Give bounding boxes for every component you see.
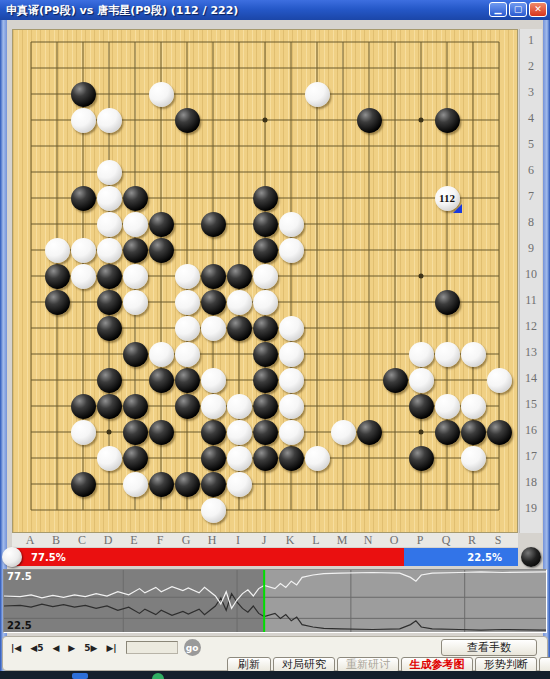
window-buttons: ▁ ▢ ✕ <box>489 2 547 17</box>
row-label-10: 10 <box>520 267 542 282</box>
column-label-D: D <box>98 533 118 548</box>
stone-white-K12[interactable] <box>279 316 304 341</box>
stone-white-D17[interactable] <box>97 446 122 471</box>
stone-black-Q4[interactable] <box>435 108 460 133</box>
column-label-K: K <box>280 533 300 548</box>
stone-black-H17[interactable] <box>201 446 226 471</box>
stone-black-F9[interactable] <box>149 238 174 263</box>
stone-black-E16[interactable] <box>123 420 148 445</box>
stone-white-H12[interactable] <box>201 316 226 341</box>
stone-black-J13[interactable] <box>253 342 278 367</box>
nav-button-0[interactable]: |◀ <box>11 643 21 653</box>
stone-white-K8[interactable] <box>279 212 304 237</box>
column-coordinates: ABCDEFGHIJKLMNOPQRS <box>12 533 518 547</box>
row-label-13: 13 <box>520 345 542 360</box>
row-label-1: 1 <box>520 33 542 48</box>
column-label-C: C <box>72 533 92 548</box>
stone-white-D7[interactable] <box>97 186 122 211</box>
stone-black-G18[interactable] <box>175 472 200 497</box>
column-label-J: J <box>254 533 274 548</box>
stone-white-L3[interactable] <box>305 82 330 107</box>
stone-black-J14[interactable] <box>253 368 278 393</box>
stone-white-H19[interactable] <box>201 498 226 523</box>
stone-black-N4[interactable] <box>357 108 382 133</box>
stone-white-G10[interactable] <box>175 264 200 289</box>
stone-black-E17[interactable] <box>123 446 148 471</box>
stone-white-Q7[interactable]: 112 <box>435 186 460 211</box>
row-label-11: 11 <box>520 293 542 308</box>
stone-white-C4[interactable] <box>71 108 96 133</box>
winrate-right-value: 22.5% <box>467 552 502 563</box>
stone-white-F3[interactable] <box>149 82 174 107</box>
winrate-graph[interactable]: 77.5 22.5 <box>3 569 547 633</box>
column-label-O: O <box>384 533 404 548</box>
stone-black-O14[interactable] <box>383 368 408 393</box>
stone-black-J17[interactable] <box>253 446 278 471</box>
stone-white-I18[interactable] <box>227 472 252 497</box>
column-label-R: R <box>462 533 482 548</box>
stone-black-E15[interactable] <box>123 394 148 419</box>
column-label-B: B <box>46 533 66 548</box>
stone-white-P14[interactable] <box>409 368 434 393</box>
stone-black-D14[interactable] <box>97 368 122 393</box>
minimize-button[interactable]: ▁ <box>489 2 507 17</box>
stone-black-I10[interactable] <box>227 264 252 289</box>
taskbar-edge <box>0 671 550 679</box>
stone-black-R16[interactable] <box>461 420 486 445</box>
stone-black-C7[interactable] <box>71 186 96 211</box>
control-panel: |◀◀5◀▶5▶▶|go 查看手数 刷新对局研究重新研讨生成参考图形势判断关闭 <box>2 636 548 671</box>
winrate-bar: 77.5% 22.5% <box>2 547 532 567</box>
taskbar-icon-hint <box>72 673 88 679</box>
stone-black-E7[interactable] <box>123 186 148 211</box>
close-icon[interactable]: ✕ <box>529 2 547 17</box>
stone-white-E10[interactable] <box>123 264 148 289</box>
row-label-2: 2 <box>520 59 542 74</box>
last-move-marker-icon <box>453 204 462 213</box>
winrate-graph-plot <box>4 570 546 632</box>
column-label-M: M <box>332 533 352 548</box>
stone-white-E11[interactable] <box>123 290 148 315</box>
stone-black-D10[interactable] <box>97 264 122 289</box>
stone-black-C15[interactable] <box>71 394 96 419</box>
row-label-15: 15 <box>520 397 542 412</box>
stone-black-H11[interactable] <box>201 290 226 315</box>
stone-white-R15[interactable] <box>461 394 486 419</box>
column-label-A: A <box>20 533 40 548</box>
stone-white-D9[interactable] <box>97 238 122 263</box>
stone-white-D6[interactable] <box>97 160 122 185</box>
stone-white-P13[interactable] <box>409 342 434 367</box>
stone-black-E9[interactable] <box>123 238 148 263</box>
stone-black-P17[interactable] <box>409 446 434 471</box>
stone-black-J12[interactable] <box>253 316 278 341</box>
stone-white-K9[interactable] <box>279 238 304 263</box>
stone-white-F13[interactable] <box>149 342 174 367</box>
stone-black-E13[interactable] <box>123 342 148 367</box>
stone-white-I16[interactable] <box>227 420 252 445</box>
stone-black-D12[interactable] <box>97 316 122 341</box>
stone-black-G15[interactable] <box>175 394 200 419</box>
column-label-E: E <box>124 533 144 548</box>
row-label-17: 17 <box>520 449 542 464</box>
row-label-16: 16 <box>520 423 542 438</box>
stone-white-E18[interactable] <box>123 472 148 497</box>
winrate-segments: 77.5% 22.5% <box>13 548 518 566</box>
stone-black-B10[interactable] <box>45 264 70 289</box>
stone-white-S14[interactable] <box>487 368 512 393</box>
stone-white-I11[interactable] <box>227 290 252 315</box>
stone-white-Q15[interactable] <box>435 394 460 419</box>
stone-white-R13[interactable] <box>461 342 486 367</box>
column-label-P: P <box>410 533 430 548</box>
stone-white-J10[interactable] <box>253 264 278 289</box>
nav-button-4[interactable]: 5▶ <box>84 643 97 653</box>
stone-black-J7[interactable] <box>253 186 278 211</box>
stone-black-F8[interactable] <box>149 212 174 237</box>
stone-black-H10[interactable] <box>201 264 226 289</box>
window-titlebar[interactable]: 申真谞(P9段) vs 唐韦星(P9段) (112 / 222) ▁ ▢ ✕ <box>0 0 550 20</box>
stone-white-J11[interactable] <box>253 290 278 315</box>
stone-white-C16[interactable] <box>71 420 96 445</box>
row-label-19: 19 <box>520 501 542 516</box>
stone-black-N16[interactable] <box>357 420 382 445</box>
white-stone-icon <box>2 547 22 567</box>
stone-white-C9[interactable] <box>71 238 96 263</box>
row-label-18: 18 <box>520 475 542 490</box>
row-label-9: 9 <box>520 241 542 256</box>
stone-black-K17[interactable] <box>279 446 304 471</box>
stone-white-K14[interactable] <box>279 368 304 393</box>
row-label-8: 8 <box>520 215 542 230</box>
row-label-3: 3 <box>520 85 542 100</box>
stone-black-I12[interactable] <box>227 316 252 341</box>
app-window: 申真谞(P9段) vs 唐韦星(P9段) (112 / 222) ▁ ▢ ✕ 1… <box>0 0 550 679</box>
stone-black-F14[interactable] <box>149 368 174 393</box>
nav-button-1[interactable]: ◀5 <box>30 643 43 653</box>
graph-bottom-label: 22.5 <box>7 620 32 631</box>
stone-white-I15[interactable] <box>227 394 252 419</box>
stone-white-C10[interactable] <box>71 264 96 289</box>
go-board[interactable]: 112 <box>12 29 518 533</box>
stone-black-F18[interactable] <box>149 472 174 497</box>
stone-black-C18[interactable] <box>71 472 96 497</box>
stone-black-G4[interactable] <box>175 108 200 133</box>
stone-white-D4[interactable] <box>97 108 122 133</box>
taskbar-icon-hint <box>152 673 164 679</box>
row-coordinates: 12345678910111213141516171819 <box>519 29 542 533</box>
stone-white-H15[interactable] <box>201 394 226 419</box>
stone-white-Q13[interactable] <box>435 342 460 367</box>
stone-black-C3[interactable] <box>71 82 96 107</box>
stone-black-H18[interactable] <box>201 472 226 497</box>
column-label-N: N <box>358 533 378 548</box>
stone-black-J15[interactable] <box>253 394 278 419</box>
view-move-numbers-button[interactable]: 查看手数 <box>441 639 537 656</box>
stone-white-M16[interactable] <box>331 420 356 445</box>
stone-black-Q16[interactable] <box>435 420 460 445</box>
stone-white-B9[interactable] <box>45 238 70 263</box>
stone-white-K16[interactable] <box>279 420 304 445</box>
stone-black-D15[interactable] <box>97 394 122 419</box>
nav-button-5[interactable]: ▶| <box>106 643 116 653</box>
row-label-7: 7 <box>520 189 542 204</box>
graph-top-label: 77.5 <box>7 571 32 582</box>
column-label-S: S <box>488 533 508 548</box>
stone-black-H16[interactable] <box>201 420 226 445</box>
column-label-L: L <box>306 533 326 548</box>
row-label-6: 6 <box>520 163 542 178</box>
row-label-5: 5 <box>520 137 542 152</box>
stone-black-J16[interactable] <box>253 420 278 445</box>
winrate-left-value: 77.5% <box>31 552 66 563</box>
stone-black-G14[interactable] <box>175 368 200 393</box>
move-navigation: |◀◀5◀▶5▶▶|go <box>11 640 201 655</box>
row-label-14: 14 <box>520 371 542 386</box>
nav-button-2[interactable]: ◀ <box>52 643 59 653</box>
go-button[interactable]: go <box>184 639 201 656</box>
column-label-I: I <box>228 533 248 548</box>
stone-white-R17[interactable] <box>461 446 486 471</box>
stone-black-J9[interactable] <box>253 238 278 263</box>
stone-black-P15[interactable] <box>409 394 434 419</box>
stone-white-G11[interactable] <box>175 290 200 315</box>
column-label-G: G <box>176 533 196 548</box>
window-title: 申真谞(P9段) vs 唐韦星(P9段) (112 / 222) <box>0 3 238 18</box>
stone-black-J8[interactable] <box>253 212 278 237</box>
column-label-Q: Q <box>436 533 456 548</box>
black-stone-icon <box>521 547 541 567</box>
stone-white-H14[interactable] <box>201 368 226 393</box>
winrate-left-segment: 77.5% <box>13 548 404 566</box>
column-label-H: H <box>202 533 222 548</box>
stone-black-F16[interactable] <box>149 420 174 445</box>
stone-black-H8[interactable] <box>201 212 226 237</box>
stone-white-D8[interactable] <box>97 212 122 237</box>
maximize-button[interactable]: ▢ <box>509 2 527 17</box>
stone-white-K15[interactable] <box>279 394 304 419</box>
stone-white-I17[interactable] <box>227 446 252 471</box>
stone-black-B11[interactable] <box>45 290 70 315</box>
row-label-12: 12 <box>520 319 542 334</box>
winrate-right-segment: 22.5% <box>404 548 518 566</box>
nav-button-3[interactable]: ▶ <box>68 643 75 653</box>
stone-black-S16[interactable] <box>487 420 512 445</box>
stone-white-E8[interactable] <box>123 212 148 237</box>
row-label-4: 4 <box>520 111 542 126</box>
move-number-input[interactable] <box>126 641 178 654</box>
stone-white-G13[interactable] <box>175 342 200 367</box>
stone-black-Q11[interactable] <box>435 290 460 315</box>
stone-white-K13[interactable] <box>279 342 304 367</box>
stone-black-D11[interactable] <box>97 290 122 315</box>
column-label-F: F <box>150 533 170 548</box>
stone-white-G12[interactable] <box>175 316 200 341</box>
stone-white-L17[interactable] <box>305 446 330 471</box>
